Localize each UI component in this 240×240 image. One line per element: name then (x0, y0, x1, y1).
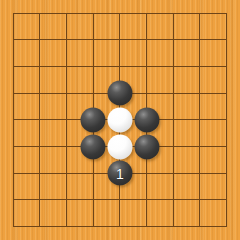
intersection[interactable] (0, 0, 27, 27)
intersection[interactable] (80, 133, 107, 160)
intersection[interactable] (187, 80, 214, 107)
intersection[interactable] (0, 133, 27, 160)
intersection[interactable] (213, 53, 240, 80)
black-stone (134, 134, 159, 159)
intersection[interactable] (133, 80, 160, 107)
intersection[interactable] (187, 107, 214, 134)
intersection[interactable] (187, 53, 214, 80)
intersection[interactable] (53, 213, 80, 240)
black-stone: 1 (107, 161, 132, 186)
intersection[interactable] (107, 133, 134, 160)
intersection[interactable] (53, 27, 80, 54)
intersection[interactable] (80, 187, 107, 214)
intersection[interactable] (27, 213, 54, 240)
intersection[interactable] (133, 0, 160, 27)
intersection[interactable] (213, 107, 240, 134)
intersection[interactable] (80, 107, 107, 134)
black-stone (107, 81, 132, 106)
intersection[interactable] (187, 187, 214, 214)
intersection[interactable] (27, 80, 54, 107)
intersection[interactable] (213, 187, 240, 214)
intersection[interactable] (80, 27, 107, 54)
intersection[interactable] (160, 213, 187, 240)
intersection[interactable] (80, 0, 107, 27)
intersection[interactable] (53, 0, 80, 27)
intersection[interactable] (107, 80, 134, 107)
intersection[interactable] (27, 160, 54, 187)
intersection[interactable] (107, 53, 134, 80)
intersection[interactable] (0, 27, 27, 54)
intersection[interactable] (53, 187, 80, 214)
intersection[interactable] (53, 80, 80, 107)
intersection[interactable] (80, 53, 107, 80)
intersection[interactable] (0, 107, 27, 134)
intersection[interactable] (187, 160, 214, 187)
intersection[interactable] (133, 213, 160, 240)
intersection[interactable] (160, 53, 187, 80)
intersection[interactable] (160, 107, 187, 134)
intersection[interactable] (107, 0, 134, 27)
intersection[interactable] (160, 0, 187, 27)
intersection[interactable] (27, 53, 54, 80)
intersection[interactable] (133, 160, 160, 187)
intersection[interactable] (27, 0, 54, 27)
intersection[interactable] (133, 53, 160, 80)
white-stone (107, 134, 132, 159)
intersection[interactable] (27, 133, 54, 160)
move-number-label: 1 (107, 161, 132, 186)
intersection[interactable] (53, 160, 80, 187)
board-grid: 1 (0, 0, 240, 240)
intersection[interactable] (213, 27, 240, 54)
intersection[interactable] (213, 0, 240, 27)
intersection[interactable] (0, 80, 27, 107)
intersection[interactable] (213, 213, 240, 240)
intersection[interactable] (27, 107, 54, 134)
intersection[interactable] (80, 160, 107, 187)
intersection[interactable] (187, 133, 214, 160)
intersection[interactable] (53, 133, 80, 160)
intersection[interactable] (0, 187, 27, 214)
intersection[interactable] (187, 0, 214, 27)
intersection[interactable] (133, 187, 160, 214)
intersection[interactable] (107, 187, 134, 214)
intersection[interactable] (0, 213, 27, 240)
intersection[interactable] (80, 80, 107, 107)
intersection[interactable] (213, 160, 240, 187)
go-board: 1 (0, 0, 240, 240)
intersection[interactable] (80, 213, 107, 240)
intersection[interactable] (133, 27, 160, 54)
intersection[interactable] (160, 80, 187, 107)
intersection[interactable] (213, 133, 240, 160)
intersection[interactable] (187, 27, 214, 54)
intersection[interactable] (53, 107, 80, 134)
intersection[interactable] (107, 27, 134, 54)
intersection[interactable] (160, 160, 187, 187)
intersection[interactable] (133, 107, 160, 134)
intersection[interactable] (213, 80, 240, 107)
intersection[interactable] (107, 213, 134, 240)
intersection[interactable] (160, 187, 187, 214)
black-stone (81, 134, 106, 159)
intersection[interactable] (133, 133, 160, 160)
intersection[interactable] (160, 133, 187, 160)
intersection[interactable] (53, 53, 80, 80)
black-stone (134, 107, 159, 132)
intersection[interactable] (27, 27, 54, 54)
intersection[interactable]: 1 (107, 160, 134, 187)
black-stone (81, 107, 106, 132)
intersection[interactable] (0, 160, 27, 187)
intersection[interactable] (187, 213, 214, 240)
intersection[interactable] (107, 107, 134, 134)
intersection[interactable] (0, 53, 27, 80)
white-stone (107, 107, 132, 132)
intersection[interactable] (27, 187, 54, 214)
intersection[interactable] (160, 27, 187, 54)
